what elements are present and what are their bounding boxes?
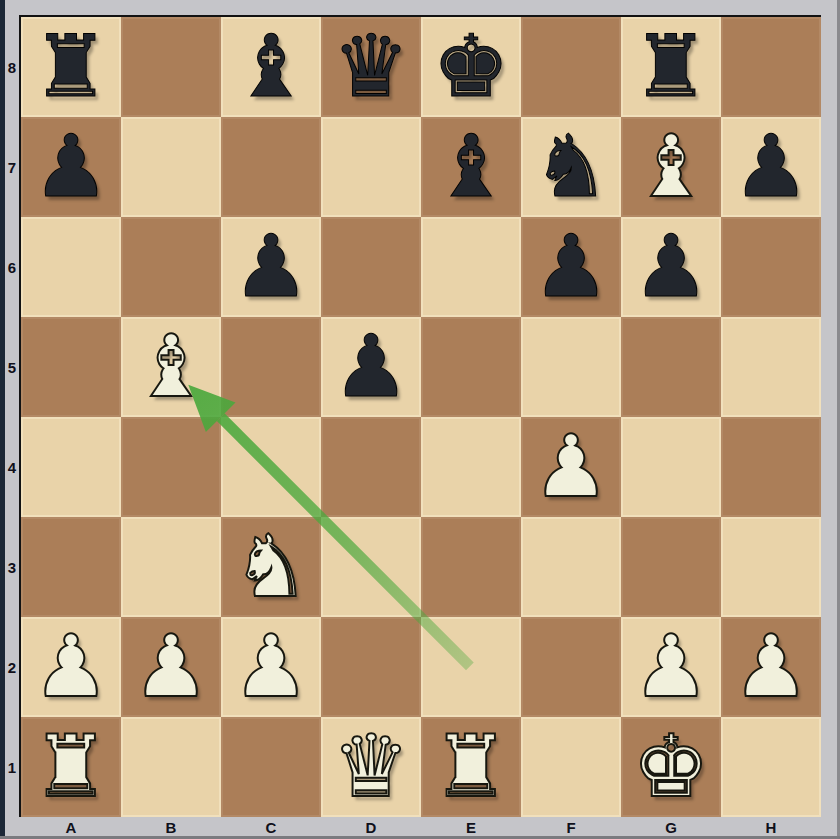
square-h4[interactable] xyxy=(721,417,821,517)
file-label-h: H xyxy=(721,817,821,837)
square-d5[interactable]: ♟ xyxy=(321,317,421,417)
square-f2[interactable] xyxy=(521,617,621,717)
rank-labels: 87654321 xyxy=(5,17,19,817)
square-d3[interactable] xyxy=(321,517,421,617)
piece-white-pawn[interactable]: ♟ xyxy=(521,417,621,517)
piece-black-rook[interactable]: ♜ xyxy=(21,17,121,117)
file-label-b: B xyxy=(121,817,221,837)
square-d1[interactable]: ♛ xyxy=(321,717,421,817)
square-b7[interactable] xyxy=(121,117,221,217)
piece-white-bishop[interactable]: ♝ xyxy=(621,117,721,217)
board-frame: 87654321 ♜♝♛♚♜♟♝♞♝♟♟♟♟♝♟♟♞♟♟♟♟♟♜♛♜♚ ABCD… xyxy=(0,0,840,839)
square-h6[interactable] xyxy=(721,217,821,317)
square-e6[interactable] xyxy=(421,217,521,317)
piece-black-pawn[interactable]: ♟ xyxy=(221,217,321,317)
square-c7[interactable] xyxy=(221,117,321,217)
square-a8[interactable]: ♜ xyxy=(21,17,121,117)
piece-black-knight[interactable]: ♞ xyxy=(521,117,621,217)
square-a5[interactable] xyxy=(21,317,121,417)
rank-label-5: 5 xyxy=(5,317,19,417)
square-g8[interactable]: ♜ xyxy=(621,17,721,117)
rank-label-7: 7 xyxy=(5,117,19,217)
square-c8[interactable]: ♝ xyxy=(221,17,321,117)
file-label-a: A xyxy=(21,817,121,837)
square-d4[interactable] xyxy=(321,417,421,517)
square-f3[interactable] xyxy=(521,517,621,617)
square-b2[interactable]: ♟ xyxy=(121,617,221,717)
square-h3[interactable] xyxy=(721,517,821,617)
piece-black-bishop[interactable]: ♝ xyxy=(221,17,321,117)
piece-white-rook[interactable]: ♜ xyxy=(421,717,521,817)
square-e7[interactable]: ♝ xyxy=(421,117,521,217)
square-b1[interactable] xyxy=(121,717,221,817)
square-d6[interactable] xyxy=(321,217,421,317)
piece-white-pawn[interactable]: ♟ xyxy=(21,617,121,717)
piece-black-queen[interactable]: ♛ xyxy=(321,17,421,117)
square-a7[interactable]: ♟ xyxy=(21,117,121,217)
square-f6[interactable]: ♟ xyxy=(521,217,621,317)
square-e5[interactable] xyxy=(421,317,521,417)
piece-black-rook[interactable]: ♜ xyxy=(621,17,721,117)
square-g5[interactable] xyxy=(621,317,721,417)
piece-black-bishop[interactable]: ♝ xyxy=(421,117,521,217)
square-f8[interactable] xyxy=(521,17,621,117)
file-label-g: G xyxy=(621,817,721,837)
rank-label-2: 2 xyxy=(5,617,19,717)
file-label-e: E xyxy=(421,817,521,837)
square-h7[interactable]: ♟ xyxy=(721,117,821,217)
square-b3[interactable] xyxy=(121,517,221,617)
square-e2[interactable] xyxy=(421,617,521,717)
square-f1[interactable] xyxy=(521,717,621,817)
square-f5[interactable] xyxy=(521,317,621,417)
file-label-d: D xyxy=(321,817,421,837)
square-g1[interactable]: ♚ xyxy=(621,717,721,817)
square-f7[interactable]: ♞ xyxy=(521,117,621,217)
square-g6[interactable]: ♟ xyxy=(621,217,721,317)
piece-white-pawn[interactable]: ♟ xyxy=(721,617,821,717)
square-g2[interactable]: ♟ xyxy=(621,617,721,717)
piece-white-rook[interactable]: ♜ xyxy=(21,717,121,817)
piece-white-pawn[interactable]: ♟ xyxy=(621,617,721,717)
rank-label-4: 4 xyxy=(5,417,19,517)
file-label-f: F xyxy=(521,817,621,837)
square-a4[interactable] xyxy=(21,417,121,517)
piece-white-bishop[interactable]: ♝ xyxy=(121,317,221,417)
square-b5[interactable]: ♝ xyxy=(121,317,221,417)
piece-white-pawn[interactable]: ♟ xyxy=(221,617,321,717)
square-c5[interactable] xyxy=(221,317,321,417)
square-a6[interactable] xyxy=(21,217,121,317)
square-h8[interactable] xyxy=(721,17,821,117)
piece-white-pawn[interactable]: ♟ xyxy=(121,617,221,717)
square-c3[interactable]: ♞ xyxy=(221,517,321,617)
square-b4[interactable] xyxy=(121,417,221,517)
square-g7[interactable]: ♝ xyxy=(621,117,721,217)
piece-black-pawn[interactable]: ♟ xyxy=(521,217,621,317)
rank-label-6: 6 xyxy=(5,217,19,317)
square-g3[interactable] xyxy=(621,517,721,617)
square-f4[interactable]: ♟ xyxy=(521,417,621,517)
file-label-c: C xyxy=(221,817,321,837)
file-labels: ABCDEFGH xyxy=(21,817,821,837)
square-c6[interactable]: ♟ xyxy=(221,217,321,317)
square-a1[interactable]: ♜ xyxy=(21,717,121,817)
piece-black-pawn[interactable]: ♟ xyxy=(321,317,421,417)
square-d8[interactable]: ♛ xyxy=(321,17,421,117)
square-g4[interactable] xyxy=(621,417,721,517)
square-c4[interactable] xyxy=(221,417,321,517)
rank-label-3: 3 xyxy=(5,517,19,617)
square-b6[interactable] xyxy=(121,217,221,317)
rank-label-8: 8 xyxy=(5,17,19,117)
square-h1[interactable] xyxy=(721,717,821,817)
piece-black-pawn[interactable]: ♟ xyxy=(721,117,821,217)
piece-black-pawn[interactable]: ♟ xyxy=(21,117,121,217)
piece-white-queen[interactable]: ♛ xyxy=(321,717,421,817)
piece-white-king[interactable]: ♚ xyxy=(621,717,721,817)
square-d2[interactable] xyxy=(321,617,421,717)
square-h5[interactable] xyxy=(721,317,821,417)
piece-black-king[interactable]: ♚ xyxy=(421,17,521,117)
square-e3[interactable] xyxy=(421,517,521,617)
chess-board: ♜♝♛♚♜♟♝♞♝♟♟♟♟♝♟♟♞♟♟♟♟♟♜♛♜♚ xyxy=(19,15,821,817)
square-b8[interactable] xyxy=(121,17,221,117)
square-a3[interactable] xyxy=(21,517,121,617)
square-e1[interactable]: ♜ xyxy=(421,717,521,817)
piece-black-pawn[interactable]: ♟ xyxy=(621,217,721,317)
square-c1[interactable] xyxy=(221,717,321,817)
square-e4[interactable] xyxy=(421,417,521,517)
square-h2[interactable]: ♟ xyxy=(721,617,821,717)
square-d7[interactable] xyxy=(321,117,421,217)
square-e8[interactable]: ♚ xyxy=(421,17,521,117)
piece-white-knight[interactable]: ♞ xyxy=(221,517,321,617)
rank-label-1: 1 xyxy=(5,717,19,817)
square-c2[interactable]: ♟ xyxy=(221,617,321,717)
square-a2[interactable]: ♟ xyxy=(21,617,121,717)
